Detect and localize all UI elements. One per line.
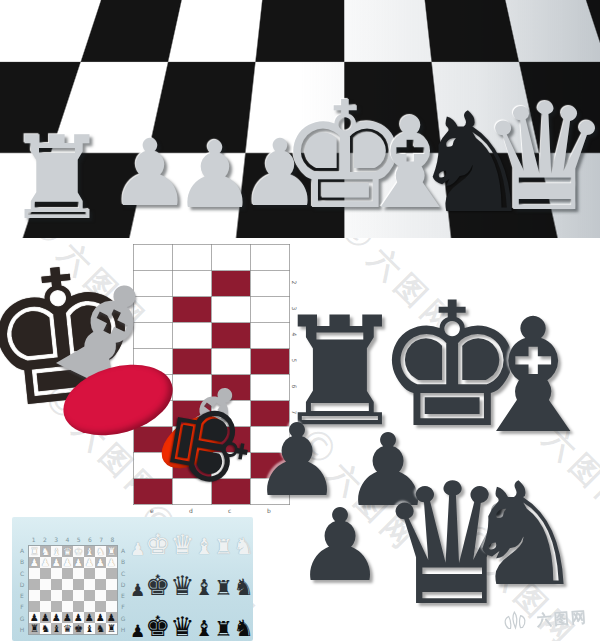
mini-board-square <box>51 590 62 601</box>
mini-piece-n: ♞ <box>96 546 105 557</box>
mini-piece-q: ♛ <box>63 546 72 557</box>
silhouette-knight: ♞ <box>233 536 254 557</box>
mini-piece-p: ♟ <box>52 557 61 568</box>
red-board-rank-label: 7 <box>291 411 298 415</box>
mini-board-square <box>106 590 117 601</box>
mini-board-square <box>95 568 106 579</box>
rank-letter: H <box>121 626 126 633</box>
rank-letter: G <box>20 615 25 622</box>
silhouette-rook: ♜ <box>214 538 233 557</box>
mini-board-square <box>106 579 117 590</box>
mini-piece-k: ♚ <box>74 623 83 634</box>
mini-board-square <box>73 601 84 612</box>
mini-board-rank-letters-right: ABCDEFGH <box>119 545 127 635</box>
red-board-file-label: e <box>150 507 154 514</box>
mini-piece-p: ♟ <box>41 612 50 623</box>
mini-piece-n: ♞ <box>96 623 105 634</box>
rank-letter: A <box>20 547 24 554</box>
mini-board-square <box>106 601 117 612</box>
red-board-square <box>251 401 289 426</box>
file-number: 7 <box>99 536 103 543</box>
mini-board-square: ♟ <box>106 557 117 568</box>
mini-board-square: ♚ <box>73 546 84 557</box>
red-board-rank-label: 3 <box>291 307 298 311</box>
mini-board-square: ♞ <box>95 546 106 557</box>
file-number: 2 <box>43 536 47 543</box>
chess-piece-pawn: ♟ <box>295 498 385 593</box>
mini-piece-p: ♟ <box>52 612 61 623</box>
chess-piece-pawn: ♟ <box>343 423 433 518</box>
mini-board-square: ♟ <box>73 557 84 568</box>
silhouette-bishop: ♝ <box>195 537 215 557</box>
mini-board-square <box>40 590 51 601</box>
mini-piece-b: ♝ <box>85 546 94 557</box>
silhouette-knight: ♞ <box>233 577 254 598</box>
mini-piece-p: ♟ <box>107 557 116 568</box>
board-square <box>423 0 519 62</box>
mini-board-square <box>29 601 40 612</box>
mini-piece-r: ♜ <box>30 546 39 557</box>
mini-board-square <box>29 568 40 579</box>
board-square <box>233 153 343 238</box>
mini-board-square <box>40 568 51 579</box>
mini-board-square: ♟ <box>84 557 95 568</box>
silhouette-row: ♟♚♛♝♜♞ <box>130 601 250 639</box>
board-square <box>256 0 344 62</box>
mini-board-square: ♞ <box>40 546 51 557</box>
file-number: 6 <box>88 536 92 543</box>
silhouette-rook: ♜ <box>214 579 233 598</box>
mini-board-square <box>29 579 40 590</box>
silhouette-queen: ♛ <box>170 615 194 639</box>
mini-piece-k: ♚ <box>74 546 83 557</box>
silhouette-row: ♟♚♛♝♜♞ <box>130 519 250 557</box>
mini-piece-p: ♟ <box>63 557 72 568</box>
board-square <box>502 0 600 62</box>
chess-piece-queen: ♛ <box>377 466 528 626</box>
silhouette-queen: ♛ <box>170 533 194 557</box>
mini-piece-b: ♝ <box>52 546 61 557</box>
mini-piece-p: ♟ <box>63 612 72 623</box>
mini-piece-n: ♞ <box>41 546 50 557</box>
mini-board-square: ♟ <box>106 612 117 623</box>
mini-board-square: ♟ <box>62 612 73 623</box>
silhouette-row: ♟♚♛♝♜♞ <box>130 560 250 598</box>
mini-piece-n: ♞ <box>41 623 50 634</box>
chess-piece-king: ♚ <box>375 284 529 447</box>
mini-board-square: ♜ <box>106 623 117 634</box>
file-number: 1 <box>32 536 36 543</box>
red-partial-chessboard: 2345678910edcb <box>133 244 290 505</box>
rank-letter: C <box>20 570 24 577</box>
silhouette-bishop: ♝ <box>195 619 215 639</box>
mini-board-square: ♜ <box>29 623 40 634</box>
red-board-square <box>251 349 289 374</box>
mini-board-square: ♝ <box>51 546 62 557</box>
red-board-square <box>212 375 250 400</box>
mini-piece-p: ♟ <box>74 612 83 623</box>
rank-letter: B <box>121 558 125 565</box>
rank-letter: B <box>20 558 24 565</box>
mini-board-square <box>95 590 106 601</box>
silhouette-queen: ♛ <box>170 574 194 598</box>
mini-board-square <box>40 601 51 612</box>
mini-board-square <box>84 601 95 612</box>
red-board-file-label: c <box>228 507 231 514</box>
perspective-chessboard <box>0 0 600 238</box>
mini-piece-p: ♟ <box>85 557 94 568</box>
mini-piece-b: ♝ <box>85 623 94 634</box>
rank-letter: D <box>20 581 25 588</box>
board-square <box>246 62 344 153</box>
red-board-square <box>212 323 250 348</box>
mini-board-square: ♟ <box>95 612 106 623</box>
mini-board-square: ♚ <box>73 623 84 634</box>
chess-piece-bishop: ♝ <box>462 301 600 451</box>
mini-chessboard-start-position: ♜♞♝♛♚♝♞♜♟♟♟♟♟♟♟♟♟♟♟♟♟♟♟♟♜♞♝♛♚♝♞♜ <box>28 545 118 635</box>
mini-board-square: ♟ <box>95 557 106 568</box>
red-board-rank-label: 9 <box>291 463 298 467</box>
mini-board-square <box>62 601 73 612</box>
silhouette-pawn: ♟ <box>130 583 145 598</box>
copyright-watermark: ©六图网 <box>501 381 600 527</box>
mini-board-square <box>62 568 73 579</box>
file-number: 5 <box>77 536 81 543</box>
mini-board-square: ♝ <box>84 623 95 634</box>
mini-board-square: ♟ <box>73 612 84 623</box>
chess-piece-king: ♚ <box>0 243 152 432</box>
mini-board-square <box>73 590 84 601</box>
mini-board-square <box>51 568 62 579</box>
silhouette-king: ♚ <box>145 573 170 598</box>
mini-board-square <box>95 579 106 590</box>
piece-silhouette-legend: ♟♚♛♝♜♞♟♚♛♝♜♞♟♚♛♝♜♞ <box>130 519 250 639</box>
mini-piece-r: ♜ <box>30 623 39 634</box>
mini-board-rank-letters-left: ABCDEFGH <box>18 545 26 635</box>
mini-piece-p: ♟ <box>85 612 94 623</box>
red-board-rank-label: 6 <box>291 385 298 389</box>
mini-board-square: ♟ <box>29 612 40 623</box>
mini-board-square <box>84 579 95 590</box>
mini-piece-r: ♜ <box>107 623 116 634</box>
mini-board-square <box>51 601 62 612</box>
mini-board-square <box>84 568 95 579</box>
red-board-square <box>173 453 211 478</box>
silhouette-rook: ♜ <box>214 620 233 639</box>
mini-board-square <box>62 579 73 590</box>
chessboard-grid <box>0 0 600 238</box>
mini-board-square: ♟ <box>40 557 51 568</box>
mini-board-square: ♟ <box>51 612 62 623</box>
mini-board-square <box>51 579 62 590</box>
red-board-file-label: b <box>267 507 271 514</box>
silhouette-knight: ♞ <box>233 618 254 639</box>
mini-board-file-numbers: 12345678 <box>28 536 118 543</box>
chess-piece-rook: ♜ <box>273 301 407 444</box>
logo-text: 六图网 <box>536 607 588 630</box>
mini-piece-p: ♟ <box>30 612 39 623</box>
mini-board-square: ♝ <box>51 623 62 634</box>
red-board-rank-label: 8 <box>291 437 298 441</box>
mini-board-square <box>40 579 51 590</box>
rank-letter: E <box>121 592 125 599</box>
file-number: 3 <box>54 536 58 543</box>
mini-piece-b: ♝ <box>52 623 61 634</box>
file-number: 8 <box>110 536 114 543</box>
mini-board-square: ♛ <box>62 623 73 634</box>
mini-piece-p: ♟ <box>96 557 105 568</box>
mini-board-square: ♛ <box>62 546 73 557</box>
mini-board-square <box>62 590 73 601</box>
silhouette-king: ♚ <box>145 532 170 557</box>
mini-board-square: ♝ <box>84 546 95 557</box>
silhouette-king: ♚ <box>145 614 170 639</box>
rank-letter: H <box>20 626 25 633</box>
rank-letter: D <box>121 581 126 588</box>
stock-image-canvas: ©六图网©六图网©六图网©六图网©六图网©六图网©六图网©六图网©六图网©六图网… <box>0 0 600 641</box>
chess-piece-knight: ♞ <box>459 468 586 603</box>
board-square <box>168 0 264 62</box>
rank-letter: A <box>121 547 125 554</box>
mini-piece-r: ♜ <box>107 546 116 557</box>
mini-piece-p: ♟ <box>74 557 83 568</box>
file-number: 4 <box>65 536 69 543</box>
silhouette-pawn: ♟ <box>130 624 145 639</box>
mini-piece-p: ♟ <box>96 612 105 623</box>
red-board-square <box>212 271 250 296</box>
mini-board-square: ♜ <box>106 546 117 557</box>
red-board-rank-label: 2 <box>291 281 298 285</box>
rank-letter: F <box>121 603 124 610</box>
board-square <box>344 153 454 238</box>
red-board-square <box>212 479 250 504</box>
mini-piece-p: ♟ <box>41 557 50 568</box>
red-board-rank-label: 4 <box>291 333 298 337</box>
red-board-square <box>212 427 250 452</box>
silhouette-bishop: ♝ <box>195 578 215 598</box>
red-board-rank-label: 5 <box>291 359 298 363</box>
rank-letter: C <box>121 570 125 577</box>
site-logo-watermark: 六图网 <box>499 605 588 635</box>
mini-board-square: ♟ <box>84 612 95 623</box>
mini-board-square <box>84 590 95 601</box>
copyright-watermark: ©六图网 <box>286 416 432 562</box>
mini-piece-p: ♟ <box>30 557 39 568</box>
red-board-square <box>134 479 172 504</box>
board-square <box>148 62 256 153</box>
mini-board-square: ♟ <box>40 612 51 623</box>
mini-board-square: ♟ <box>51 557 62 568</box>
mini-piece-q: ♛ <box>63 623 72 634</box>
silhouette-pawn: ♟ <box>130 542 145 557</box>
red-board-file-label: d <box>189 507 193 514</box>
rank-letter: E <box>20 592 24 599</box>
red-board-square <box>173 401 211 426</box>
mini-board-square: ♞ <box>95 623 106 634</box>
mini-board-square <box>95 601 106 612</box>
mini-board-square: ♟ <box>62 557 73 568</box>
mini-board-square <box>73 579 84 590</box>
red-board-square <box>173 297 211 322</box>
mini-board-square: ♟ <box>29 557 40 568</box>
mini-piece-p: ♟ <box>107 612 116 623</box>
chess-set-panel: 12345678 ABCDEFGH ABCDEFGH ♜♞♝♛♚♝♞♜♟♟♟♟♟… <box>12 517 253 641</box>
mini-board-square: ♜ <box>29 546 40 557</box>
lotus-flower-icon <box>499 609 531 635</box>
board-square <box>344 0 432 62</box>
rank-letter: G <box>121 615 126 622</box>
board-square <box>344 62 442 153</box>
red-board-square <box>251 453 289 478</box>
mini-board-square <box>29 590 40 601</box>
red-board-square <box>173 349 211 374</box>
red-board-rank-label: 10 <box>293 487 300 495</box>
mini-board-square <box>106 568 117 579</box>
red-board-square <box>134 427 172 452</box>
rank-letter: F <box>20 603 23 610</box>
mini-board-square: ♞ <box>40 623 51 634</box>
mini-board-square <box>73 568 84 579</box>
